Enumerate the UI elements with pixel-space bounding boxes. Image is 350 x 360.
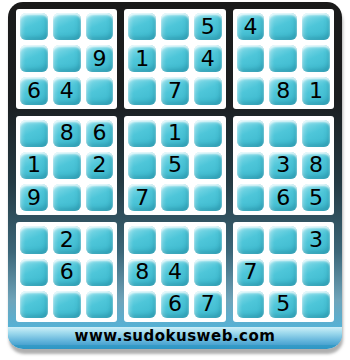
cell-r2c5[interactable] — [161, 45, 189, 72]
cell-r5c6[interactable] — [194, 152, 222, 179]
cell-r2c3[interactable]: 9 — [86, 45, 114, 72]
cell-r4c9[interactable] — [302, 120, 330, 147]
cell-r3c7[interactable] — [237, 77, 265, 104]
cell-r3c9[interactable]: 1 — [302, 77, 330, 104]
cell-r8c7[interactable]: 7 — [237, 259, 265, 286]
cell-r3c5[interactable]: 7 — [161, 77, 189, 104]
cell-r6c2[interactable] — [53, 184, 81, 211]
sudoku-block-2: 5147 — [124, 9, 225, 109]
cell-r9c6[interactable]: 7 — [194, 291, 222, 318]
cell-r3c4[interactable] — [128, 77, 156, 104]
cell-r9c9[interactable] — [302, 291, 330, 318]
cell-r4c6[interactable] — [194, 120, 222, 147]
cell-r5c1[interactable]: 1 — [20, 152, 48, 179]
cell-r7c1[interactable] — [20, 226, 48, 253]
cell-r9c7[interactable] — [237, 291, 265, 318]
cell-r9c5[interactable]: 6 — [161, 291, 189, 318]
cell-r8c5[interactable]: 4 — [161, 259, 189, 286]
cell-r1c7[interactable]: 4 — [237, 13, 265, 40]
cell-r8c3[interactable] — [86, 259, 114, 286]
cell-r2c7[interactable] — [237, 45, 265, 72]
cell-r2c2[interactable] — [53, 45, 81, 72]
cell-r2c1[interactable] — [20, 45, 48, 72]
cell-r7c9[interactable]: 3 — [302, 226, 330, 253]
sudoku-block-6: 3865 — [233, 116, 334, 216]
cell-r4c8[interactable] — [269, 120, 297, 147]
sudoku-block-4: 86129 — [16, 116, 117, 216]
cell-r3c2[interactable]: 4 — [53, 77, 81, 104]
sudoku-board-frame: 9645147481861291573865268467375 www.sudo… — [8, 2, 342, 349]
cell-r2c4[interactable]: 1 — [128, 45, 156, 72]
cell-r9c2[interactable] — [53, 291, 81, 318]
cell-r7c3[interactable] — [86, 226, 114, 253]
cell-r6c3[interactable] — [86, 184, 114, 211]
cell-r7c6[interactable] — [194, 226, 222, 253]
cell-r6c5[interactable] — [161, 184, 189, 211]
cell-r2c8[interactable] — [269, 45, 297, 72]
cell-r4c4[interactable] — [128, 120, 156, 147]
cell-r7c7[interactable] — [237, 226, 265, 253]
cell-r7c5[interactable] — [161, 226, 189, 253]
cell-r8c4[interactable]: 8 — [128, 259, 156, 286]
cell-r5c5[interactable]: 5 — [161, 152, 189, 179]
sudoku-block-5: 157 — [124, 116, 225, 216]
cell-r6c8[interactable]: 6 — [269, 184, 297, 211]
cell-r3c8[interactable]: 8 — [269, 77, 297, 104]
sudoku-block-7: 26 — [16, 222, 117, 322]
cell-r1c8[interactable] — [269, 13, 297, 40]
cell-r5c4[interactable] — [128, 152, 156, 179]
cell-r8c2[interactable]: 6 — [53, 259, 81, 286]
cell-r5c9[interactable]: 8 — [302, 152, 330, 179]
cell-r4c1[interactable] — [20, 120, 48, 147]
cell-r7c4[interactable] — [128, 226, 156, 253]
cell-r6c4[interactable]: 7 — [128, 184, 156, 211]
cell-r6c6[interactable] — [194, 184, 222, 211]
cell-r1c1[interactable] — [20, 13, 48, 40]
cell-r8c9[interactable] — [302, 259, 330, 286]
cell-r5c7[interactable] — [237, 152, 265, 179]
cell-r1c6[interactable]: 5 — [194, 13, 222, 40]
cell-r2c6[interactable]: 4 — [194, 45, 222, 72]
cell-r3c1[interactable]: 6 — [20, 77, 48, 104]
cell-r5c8[interactable]: 3 — [269, 152, 297, 179]
cell-r6c1[interactable]: 9 — [20, 184, 48, 211]
sudoku-block-3: 481 — [233, 9, 334, 109]
cell-r8c8[interactable] — [269, 259, 297, 286]
cell-r5c3[interactable]: 2 — [86, 152, 114, 179]
sudoku-block-1: 964 — [16, 9, 117, 109]
cell-r1c9[interactable] — [302, 13, 330, 40]
sudoku-board: 9645147481861291573865268467375 — [16, 9, 334, 322]
cell-r9c8[interactable]: 5 — [269, 291, 297, 318]
sudoku-block-9: 375 — [233, 222, 334, 322]
cell-r9c1[interactable] — [20, 291, 48, 318]
page-background: 9645147481861291573865268467375 www.sudo… — [0, 0, 350, 360]
cell-r9c3[interactable] — [86, 291, 114, 318]
cell-r7c2[interactable]: 2 — [53, 226, 81, 253]
sudoku-block-8: 8467 — [124, 222, 225, 322]
cell-r5c2[interactable] — [53, 152, 81, 179]
site-url[interactable]: www.sudokusweb.com — [8, 327, 342, 345]
cell-r4c7[interactable] — [237, 120, 265, 147]
cell-r1c5[interactable] — [161, 13, 189, 40]
cell-r1c4[interactable] — [128, 13, 156, 40]
cell-r1c3[interactable] — [86, 13, 114, 40]
cell-r7c8[interactable] — [269, 226, 297, 253]
cell-r3c6[interactable] — [194, 77, 222, 104]
cell-r8c6[interactable] — [194, 259, 222, 286]
cell-r9c4[interactable] — [128, 291, 156, 318]
cell-r4c3[interactable]: 6 — [86, 120, 114, 147]
cell-r4c5[interactable]: 1 — [161, 120, 189, 147]
cell-r6c9[interactable]: 5 — [302, 184, 330, 211]
cell-r2c9[interactable] — [302, 45, 330, 72]
cell-r3c3[interactable] — [86, 77, 114, 104]
cell-r6c7[interactable] — [237, 184, 265, 211]
cell-r1c2[interactable] — [53, 13, 81, 40]
cell-r4c2[interactable]: 8 — [53, 120, 81, 147]
cell-r8c1[interactable] — [20, 259, 48, 286]
